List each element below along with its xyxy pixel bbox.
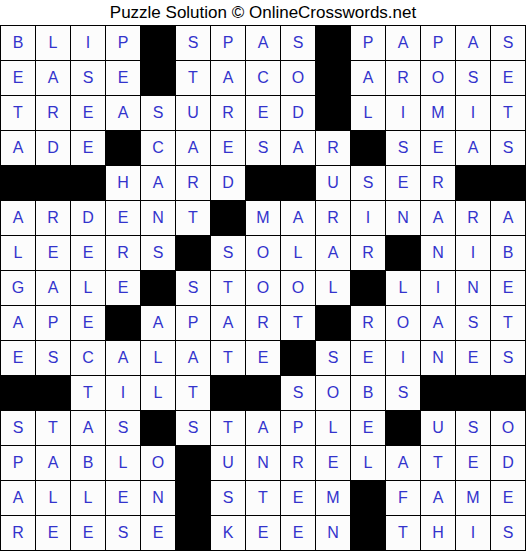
grid-cell: T <box>211 411 245 445</box>
grid-cell: I <box>351 201 385 235</box>
grid-cell: A <box>36 446 70 480</box>
grid-cell: I <box>106 376 140 410</box>
grid-cell: R <box>36 96 70 130</box>
grid-cell: A <box>1 306 35 340</box>
grid-cell: S <box>281 376 315 410</box>
grid-cell: A <box>316 236 350 270</box>
grid-cell: E <box>316 446 350 480</box>
grid-cell: O <box>281 271 315 305</box>
grid-cell: T <box>36 411 70 445</box>
grid-cell: E <box>36 516 70 550</box>
grid-cell: E <box>71 516 105 550</box>
grid-cell: M <box>316 481 350 515</box>
grid-cell: E <box>351 341 385 375</box>
grid-cell: S <box>36 341 70 375</box>
grid-cell: A <box>421 306 455 340</box>
grid-cell: L <box>351 96 385 130</box>
grid-cell: T <box>491 306 525 340</box>
black-cell <box>176 516 210 550</box>
grid-cell: R <box>386 61 420 95</box>
grid-cell: S <box>491 26 525 60</box>
grid-cell: O <box>316 376 350 410</box>
grid-cell: S <box>176 26 210 60</box>
grid-cell: L <box>1 236 35 270</box>
grid-cell: O <box>491 411 525 445</box>
black-cell <box>176 446 210 480</box>
grid-cell: T <box>386 516 420 550</box>
grid-cell: A <box>141 166 175 200</box>
grid-cell: S <box>176 411 210 445</box>
grid-cell: A <box>176 341 210 375</box>
grid-cell: S <box>106 411 140 445</box>
grid-cell: S <box>71 61 105 95</box>
grid-cell: M <box>246 201 280 235</box>
grid-cell: S <box>351 166 385 200</box>
grid-cell: E <box>246 341 280 375</box>
grid-cell: L <box>71 271 105 305</box>
black-cell <box>491 166 525 200</box>
grid-cell: T <box>421 446 455 480</box>
grid-cell: P <box>211 26 245 60</box>
grid-cell: N <box>246 446 280 480</box>
grid-cell: B <box>71 446 105 480</box>
grid-cell: N <box>141 481 175 515</box>
grid-cell: I <box>456 96 490 130</box>
grid-cell: T <box>176 376 210 410</box>
grid-cell: C <box>246 61 280 95</box>
grid-cell: A <box>36 61 70 95</box>
grid-cell: A <box>281 201 315 235</box>
black-cell <box>351 131 385 165</box>
grid-cell: A <box>351 61 385 95</box>
grid-cell: A <box>106 96 140 130</box>
grid-cell: A <box>1 201 35 235</box>
grid-cell: S <box>456 306 490 340</box>
grid-cell: O <box>246 271 280 305</box>
black-cell <box>316 96 350 130</box>
grid-cell: A <box>491 201 525 235</box>
grid-cell: M <box>456 481 490 515</box>
grid-cell: E <box>71 96 105 130</box>
grid-cell: L <box>71 481 105 515</box>
grid-cell: D <box>71 201 105 235</box>
grid-cell: S <box>176 271 210 305</box>
grid-cell: I <box>456 516 490 550</box>
grid-cell: O <box>141 446 175 480</box>
grid-cell: A <box>456 131 490 165</box>
black-cell <box>141 271 175 305</box>
grid-cell: D <box>211 166 245 200</box>
grid-cell: P <box>421 26 455 60</box>
grid-cell: S <box>246 131 280 165</box>
grid-cell: T <box>211 341 245 375</box>
grid-cell: A <box>246 26 280 60</box>
grid-cell: E <box>71 236 105 270</box>
grid-cell: L <box>36 481 70 515</box>
grid-cell: U <box>421 411 455 445</box>
grid-cell: B <box>351 376 385 410</box>
grid-cell: P <box>176 306 210 340</box>
grid-cell: A <box>176 131 210 165</box>
grid-cell: E <box>491 481 525 515</box>
black-cell <box>36 166 70 200</box>
grid-cell: R <box>456 201 490 235</box>
black-cell <box>106 131 140 165</box>
grid-cell: A <box>421 481 455 515</box>
grid-cell: E <box>246 96 280 130</box>
grid-cell: N <box>421 341 455 375</box>
grid-cell: D <box>281 96 315 130</box>
grid-cell: I <box>386 341 420 375</box>
black-cell <box>36 376 70 410</box>
grid-cell: S <box>281 26 315 60</box>
grid-cell: R <box>351 306 385 340</box>
crossword-board: BLIPSPASPAPASEASETACOAROSETREASUREDLIMIT… <box>0 25 526 551</box>
grid-cell: D <box>36 131 70 165</box>
grid-cell: E <box>246 516 280 550</box>
grid-cell: E <box>141 516 175 550</box>
grid-cell: A <box>36 271 70 305</box>
grid-cell: A <box>421 201 455 235</box>
black-cell <box>386 236 420 270</box>
grid-cell: R <box>421 166 455 200</box>
grid-cell: I <box>456 236 490 270</box>
grid-cell: S <box>386 376 420 410</box>
black-cell <box>211 201 245 235</box>
grid-cell: N <box>141 201 175 235</box>
black-cell <box>386 411 420 445</box>
grid-cell: S <box>456 61 490 95</box>
grid-cell: E <box>1 341 35 375</box>
grid-cell: O <box>281 61 315 95</box>
grid-cell: R <box>36 201 70 235</box>
grid-cell: E <box>491 61 525 95</box>
black-cell <box>246 376 280 410</box>
black-cell <box>246 166 280 200</box>
black-cell <box>211 376 245 410</box>
grid-cell: T <box>246 481 280 515</box>
grid-cell: C <box>71 341 105 375</box>
grid-cell: N <box>386 201 420 235</box>
grid-cell: A <box>106 341 140 375</box>
grid-cell: R <box>1 516 35 550</box>
grid-cell: E <box>386 166 420 200</box>
grid-cell: E <box>1 61 35 95</box>
grid-cell: U <box>316 166 350 200</box>
grid-cell: E <box>106 271 140 305</box>
grid-cell: R <box>351 236 385 270</box>
grid-cell: L <box>316 271 350 305</box>
grid-cell: O <box>386 306 420 340</box>
grid-cell: T <box>176 201 210 235</box>
black-cell <box>176 236 210 270</box>
grid-cell: E <box>106 201 140 235</box>
grid-cell: H <box>421 516 455 550</box>
black-cell <box>491 376 525 410</box>
black-cell <box>316 61 350 95</box>
grid-cell: A <box>386 26 420 60</box>
grid-cell: E <box>71 306 105 340</box>
grid-cell: A <box>211 61 245 95</box>
black-cell <box>421 376 455 410</box>
black-cell <box>1 166 35 200</box>
grid-cell: P <box>36 306 70 340</box>
grid-cell: B <box>491 236 525 270</box>
black-cell <box>141 26 175 60</box>
grid-cell: A <box>1 481 35 515</box>
grid-cell: T <box>71 376 105 410</box>
black-cell <box>281 341 315 375</box>
grid-cell: T <box>1 96 35 130</box>
grid-cell: L <box>141 376 175 410</box>
grid-cell: A <box>141 306 175 340</box>
grid-cell: M <box>421 96 455 130</box>
grid-cell: L <box>386 271 420 305</box>
grid-cell: A <box>386 446 420 480</box>
grid-cell: D <box>491 446 525 480</box>
grid-cell: I <box>386 96 420 130</box>
grid-cell: U <box>211 446 245 480</box>
grid-cell: R <box>316 131 350 165</box>
grid-cell: R <box>316 201 350 235</box>
grid-cell: L <box>316 411 350 445</box>
grid-cell: S <box>491 516 525 550</box>
grid-cell: I <box>71 26 105 60</box>
grid-cell: E <box>281 516 315 550</box>
grid-cell: S <box>491 131 525 165</box>
grid-cell: E <box>71 131 105 165</box>
grid-cell: P <box>281 411 315 445</box>
grid-cell: U <box>176 96 210 130</box>
grid-cell: N <box>316 516 350 550</box>
grid-cell: S <box>456 411 490 445</box>
black-cell <box>351 516 385 550</box>
grid-cell: A <box>1 131 35 165</box>
grid-cell: G <box>1 271 35 305</box>
black-cell <box>456 166 490 200</box>
grid-cell: E <box>456 446 490 480</box>
grid-cell: S <box>386 131 420 165</box>
grid-cell: E <box>351 411 385 445</box>
black-cell <box>351 481 385 515</box>
grid-cell: S <box>141 236 175 270</box>
grid-cell: E <box>491 271 525 305</box>
grid-cell: A <box>456 26 490 60</box>
grid-cell: R <box>106 236 140 270</box>
grid-cell: L <box>106 446 140 480</box>
grid-cell: N <box>456 271 490 305</box>
grid-cell: B <box>1 26 35 60</box>
grid-cell: P <box>1 446 35 480</box>
grid-cell: S <box>106 516 140 550</box>
grid-cell: O <box>246 236 280 270</box>
grid-cell: T <box>211 271 245 305</box>
grid-cell: L <box>351 446 385 480</box>
grid-cell: E <box>456 341 490 375</box>
grid-cell: R <box>281 446 315 480</box>
grid-cell: S <box>316 341 350 375</box>
black-cell <box>281 166 315 200</box>
grid-cell: L <box>36 26 70 60</box>
grid-cell: E <box>36 236 70 270</box>
grid-cell: S <box>211 481 245 515</box>
grid-cell: I <box>421 271 455 305</box>
grid-cell: F <box>386 481 420 515</box>
grid-cell: E <box>106 61 140 95</box>
grid-cell: A <box>211 306 245 340</box>
grid-cell: C <box>141 131 175 165</box>
grid-cell: H <box>106 166 140 200</box>
grid-cell: A <box>71 411 105 445</box>
grid-cell: E <box>106 481 140 515</box>
grid-cell: A <box>246 411 280 445</box>
black-cell <box>141 61 175 95</box>
grid-cell: S <box>211 236 245 270</box>
grid-cell: R <box>246 306 280 340</box>
black-cell <box>316 26 350 60</box>
grid-cell: R <box>176 166 210 200</box>
grid-cell: R <box>211 96 245 130</box>
black-cell <box>1 376 35 410</box>
grid-cell: O <box>421 61 455 95</box>
page-title: Puzzle Solution © OnlineCrosswords.net <box>0 0 526 25</box>
grid-cell: E <box>211 131 245 165</box>
grid-cell: T <box>491 96 525 130</box>
black-cell <box>351 271 385 305</box>
grid-cell: P <box>351 26 385 60</box>
black-cell <box>176 481 210 515</box>
black-cell <box>106 306 140 340</box>
grid-cell: E <box>421 131 455 165</box>
grid-cell: A <box>281 131 315 165</box>
black-cell <box>456 376 490 410</box>
grid-cell: S <box>141 96 175 130</box>
black-cell <box>141 411 175 445</box>
grid-cell: T <box>176 61 210 95</box>
black-cell <box>71 166 105 200</box>
grid-cell: E <box>281 481 315 515</box>
grid-cell: S <box>491 341 525 375</box>
grid-cell: T <box>281 306 315 340</box>
grid-cell: L <box>141 341 175 375</box>
grid-cell: S <box>1 411 35 445</box>
grid-cell: K <box>211 516 245 550</box>
grid-cell: N <box>421 236 455 270</box>
black-cell <box>316 306 350 340</box>
grid-cell: P <box>106 26 140 60</box>
grid-cell: L <box>281 236 315 270</box>
